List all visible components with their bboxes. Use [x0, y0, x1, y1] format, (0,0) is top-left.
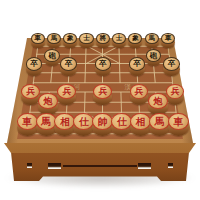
piece-character: 車: [34, 35, 41, 42]
piece-face: 馬: [36, 113, 57, 130]
piece-red-soldier[interactable]: 兵: [130, 84, 149, 105]
piece-black-soldier[interactable]: 卒: [95, 57, 111, 75]
piece-character: 兵: [171, 87, 180, 96]
piece-red-soldier[interactable]: 兵: [166, 84, 185, 105]
piece-black-soldier[interactable]: 卒: [129, 57, 145, 75]
piece-black-horse[interactable]: 馬: [145, 33, 159, 49]
piece-character: 馬: [41, 116, 51, 126]
piece-black-chariot[interactable]: 車: [161, 33, 175, 49]
piece-character: 兵: [62, 87, 71, 96]
piece-character: 卒: [65, 60, 73, 68]
piece-black-cannon[interactable]: 砲: [44, 49, 60, 67]
piece-red-elephant[interactable]: 相: [130, 113, 151, 137]
piece-character: 車: [22, 116, 32, 126]
piece-face: 卒: [129, 57, 145, 71]
piece-face: 將: [96, 33, 110, 45]
piece-face: 馬: [149, 113, 170, 130]
piece-face: 炮: [148, 93, 168, 109]
piece-character: 馬: [155, 116, 165, 126]
piece-character: 車: [165, 35, 172, 42]
piece-character: 帥: [98, 116, 108, 126]
piece-black-soldier[interactable]: 卒: [60, 57, 76, 75]
piece-black-general[interactable]: 將: [96, 33, 110, 49]
piece-black-elephant[interactable]: 象: [128, 33, 142, 49]
piece-face: 士: [79, 33, 93, 45]
piece-red-advisor[interactable]: 仕: [111, 113, 132, 137]
piece-red-horse[interactable]: 馬: [36, 113, 57, 137]
piece-character: 仕: [117, 116, 127, 126]
piece-character: 車: [174, 116, 184, 126]
piece-character: 馬: [51, 35, 58, 42]
piece-red-advisor[interactable]: 仕: [73, 113, 94, 137]
piece-character: 象: [132, 35, 139, 42]
piece-character: 將: [100, 35, 107, 42]
piece-character: 卒: [99, 60, 107, 68]
piece-red-chariot[interactable]: 車: [17, 113, 38, 137]
piece-red-general[interactable]: 帥: [92, 113, 113, 137]
piece-black-soldier[interactable]: 卒: [26, 57, 42, 75]
piece-face: 卒: [26, 57, 42, 71]
piece-character: 兵: [98, 87, 107, 96]
piece-black-advisor[interactable]: 士: [112, 33, 126, 49]
piece-red-soldier[interactable]: 兵: [93, 84, 112, 105]
piece-red-chariot[interactable]: 車: [168, 113, 189, 137]
piece-black-horse[interactable]: 馬: [47, 33, 61, 49]
piece-character: 兵: [135, 87, 144, 96]
piece-face: 砲: [44, 49, 60, 62]
piece-character: 炮: [43, 96, 52, 105]
piece-black-cannon[interactable]: 砲: [146, 49, 162, 67]
piece-character: 兵: [26, 87, 35, 96]
piece-red-elephant[interactable]: 相: [54, 113, 75, 137]
piece-face: 卒: [95, 57, 111, 71]
piece-red-horse[interactable]: 馬: [149, 113, 170, 137]
piece-character: 相: [60, 116, 70, 126]
piece-face: 卒: [60, 57, 76, 71]
piece-character: 砲: [49, 51, 56, 58]
piece-character: 士: [116, 35, 123, 42]
piece-red-cannon[interactable]: 炮: [148, 93, 168, 115]
piece-face: 車: [168, 113, 189, 130]
piece-face: 卒: [163, 57, 179, 71]
piece-face: 馬: [47, 33, 61, 45]
piece-character: 士: [83, 35, 90, 42]
piece-face: 炮: [38, 93, 58, 109]
piece-face: 砲: [146, 49, 162, 62]
piece-character: 卒: [168, 60, 176, 68]
piece-character: 馬: [148, 35, 155, 42]
xiangqi-table-photo: 楚 河 漢 界 車馬象士將士象馬車砲砲卒卒卒卒卒兵兵兵兵兵炮炮車馬相仕帥仕相馬車: [0, 0, 200, 200]
piece-character: 砲: [150, 51, 157, 58]
piece-face: 馬: [145, 33, 159, 45]
piece-black-soldier[interactable]: 卒: [163, 57, 179, 75]
piece-face: 車: [31, 33, 45, 45]
piece-black-advisor[interactable]: 士: [79, 33, 93, 49]
piece-character: 象: [67, 35, 74, 42]
piece-character: 相: [136, 116, 146, 126]
piece-black-elephant[interactable]: 象: [63, 33, 77, 49]
piece-character: 仕: [79, 116, 89, 126]
piece-character: 卒: [133, 60, 141, 68]
piece-black-chariot[interactable]: 車: [31, 33, 45, 49]
piece-red-soldier[interactable]: 兵: [57, 84, 76, 105]
piece-character: 炮: [153, 96, 162, 105]
piece-face: 車: [17, 113, 38, 130]
pieces-layer: 車馬象士將士象馬車砲砲卒卒卒卒卒兵兵兵兵兵炮炮車馬相仕帥仕相馬車: [0, 0, 200, 200]
piece-character: 卒: [30, 60, 38, 68]
piece-red-cannon[interactable]: 炮: [38, 93, 58, 115]
